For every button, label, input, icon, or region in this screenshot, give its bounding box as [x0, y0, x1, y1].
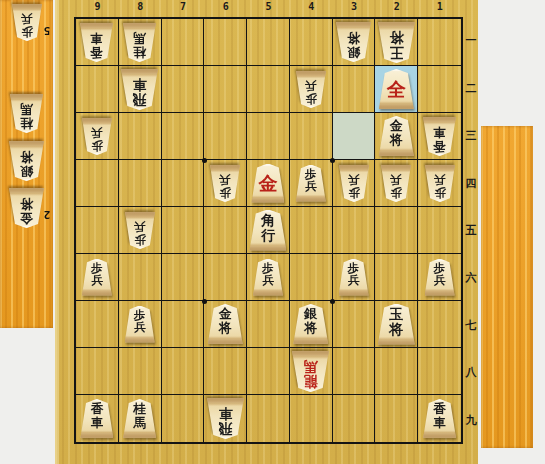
- gote-silver-piece[interactable]: 銀将: [9, 141, 44, 181]
- sente-lance-piece[interactable]: 香車: [423, 399, 456, 438]
- square-8-8[interactable]: [119, 348, 162, 395]
- piece-kanji: 金将: [20, 197, 33, 225]
- star-point: [330, 158, 335, 163]
- file-label-1: 1: [418, 1, 461, 15]
- piece-kanji: 飛車: [133, 77, 147, 107]
- square-5-7[interactable]: [247, 301, 290, 348]
- square-6-3[interactable]: [204, 113, 247, 160]
- square-8-3[interactable]: [119, 113, 162, 160]
- square-3-5[interactable]: [333, 207, 376, 254]
- rank-label-5: 五: [464, 207, 478, 254]
- rank-label-9: 九: [464, 397, 478, 444]
- square-6-2[interactable]: [204, 66, 247, 113]
- file-label-4: 4: [290, 1, 333, 15]
- gote-gold-piece[interactable]: 金将: [9, 188, 44, 228]
- piece-kanji: 玉将: [389, 307, 403, 337]
- piece-kanji: 香車: [91, 32, 104, 59]
- piece-kanji: 桂馬: [133, 32, 146, 59]
- square-7-4[interactable]: [162, 160, 205, 207]
- sente-pawn-piece[interactable]: 歩兵: [425, 259, 455, 296]
- square-9-4[interactable]: [76, 160, 119, 207]
- square-2-2[interactable]: 全: [375, 66, 418, 113]
- rank-label-1: 一: [464, 17, 478, 64]
- piece-kanji: 香車: [91, 402, 104, 429]
- square-2-9[interactable]: [375, 395, 418, 442]
- square-1-7[interactable]: [418, 301, 461, 348]
- gote-knight-piece[interactable]: 桂馬: [123, 23, 156, 62]
- piece-kanji: 銀将: [304, 307, 317, 335]
- rank-labels: 一二三四五六七八九: [464, 17, 478, 444]
- square-6-4[interactable]: 歩兵: [204, 160, 247, 207]
- piece-kanji: 歩兵: [134, 221, 146, 246]
- sente-bishop-piece[interactable]: 角行: [249, 210, 286, 251]
- square-5-6[interactable]: 歩兵: [247, 254, 290, 301]
- piece-kanji: 歩兵: [91, 127, 103, 152]
- gote-hand-slot-knight: 桂馬: [0, 94, 53, 133]
- piece-kanji: 角行: [261, 213, 275, 243]
- sente-knight-piece[interactable]: 桂馬: [123, 399, 156, 438]
- gote-pawn-piece[interactable]: 歩兵: [210, 165, 240, 202]
- piece-body: 桂馬: [123, 399, 156, 438]
- gote-pawn-piece[interactable]: 歩兵: [125, 212, 155, 249]
- piece-body: 歩兵: [82, 259, 112, 296]
- square-2-8[interactable]: [375, 348, 418, 395]
- piece-kanji: 歩兵: [134, 309, 146, 334]
- sente-king-piece[interactable]: 玉将: [378, 304, 415, 345]
- piece-body: 歩兵: [339, 259, 369, 296]
- square-5-5[interactable]: 角行: [247, 207, 290, 254]
- square-7-2[interactable]: [162, 66, 205, 113]
- square-4-6[interactable]: [290, 254, 333, 301]
- square-7-3[interactable]: [162, 113, 205, 160]
- square-8-6[interactable]: [119, 254, 162, 301]
- piece-kanji: 歩兵: [21, 13, 33, 38]
- gote-pawn-piece[interactable]: 歩兵: [12, 4, 42, 41]
- piece-body: 銀将: [9, 141, 44, 181]
- square-3-4[interactable]: 歩兵: [333, 160, 376, 207]
- square-5-8[interactable]: [247, 348, 290, 395]
- square-6-8[interactable]: [204, 348, 247, 395]
- piece-kanji: 金将: [390, 119, 403, 147]
- gote-pawn-piece[interactable]: 歩兵: [82, 118, 112, 155]
- piece-kanji: 銀将: [20, 150, 33, 178]
- square-8-7[interactable]: 歩兵: [119, 301, 162, 348]
- piece-kanji: 全: [387, 69, 406, 109]
- square-3-1[interactable]: 銀将: [333, 19, 376, 66]
- piece-kanji: 歩兵: [305, 80, 317, 105]
- sente-promoted_silver-piece[interactable]: 全: [379, 69, 414, 109]
- gote-silver-piece[interactable]: 銀将: [336, 22, 371, 62]
- square-8-9[interactable]: 桂馬: [119, 395, 162, 442]
- square-6-9[interactable]: 飛車: [204, 395, 247, 442]
- piece-kanji: 金将: [219, 307, 232, 335]
- piece-body: 飛車: [121, 69, 158, 110]
- rank-label-3: 三: [464, 112, 478, 159]
- square-2-7[interactable]: 玉将: [375, 301, 418, 348]
- piece-body: 金: [251, 164, 284, 203]
- square-1-5[interactable]: [418, 207, 461, 254]
- square-3-9[interactable]: [333, 395, 376, 442]
- square-5-4[interactable]: 金: [247, 160, 290, 207]
- square-5-2[interactable]: [247, 66, 290, 113]
- star-point: [202, 299, 207, 304]
- piece-body: 金将: [9, 188, 44, 228]
- square-9-3[interactable]: 歩兵: [76, 113, 119, 160]
- piece-kanji: 飛車: [218, 406, 232, 436]
- file-label-8: 8: [119, 1, 162, 15]
- piece-body: 歩兵: [210, 165, 240, 202]
- piece-kanji: 歩兵: [348, 174, 360, 199]
- file-label-7: 7: [162, 1, 205, 15]
- shogi-board: 987654321 一二三四五六七八九 香車桂馬銀将王将飛車歩兵全歩兵金将香車歩…: [55, 0, 478, 464]
- sente-pawn-piece[interactable]: 歩兵: [82, 259, 112, 296]
- square-2-5[interactable]: [375, 207, 418, 254]
- piece-body: 桂馬: [10, 94, 43, 133]
- square-7-5[interactable]: [162, 207, 205, 254]
- piece-body: 歩兵: [296, 165, 326, 202]
- square-1-2[interactable]: [418, 66, 461, 113]
- piece-kanji: 香車: [433, 402, 446, 429]
- square-8-2[interactable]: 飛車: [119, 66, 162, 113]
- square-3-2[interactable]: [333, 66, 376, 113]
- square-8-5[interactable]: 歩兵: [119, 207, 162, 254]
- piece-kanji: 龍馬: [304, 359, 318, 389]
- rank-label-2: 二: [464, 64, 478, 111]
- sente-promoted_knight-piece[interactable]: 金: [251, 164, 284, 203]
- square-4-5[interactable]: [290, 207, 333, 254]
- rank-label-7: 七: [464, 302, 478, 349]
- piece-kanji: 歩兵: [262, 262, 274, 287]
- square-9-1[interactable]: 香車: [76, 19, 119, 66]
- rank-label-6: 六: [464, 254, 478, 301]
- square-2-1[interactable]: 王将: [375, 19, 418, 66]
- piece-kanji: 歩兵: [305, 168, 317, 193]
- square-6-1[interactable]: [204, 19, 247, 66]
- square-2-4[interactable]: 歩兵: [375, 160, 418, 207]
- square-4-4[interactable]: 歩兵: [290, 160, 333, 207]
- piece-kanji: 王将: [389, 30, 403, 60]
- rank-label-4: 四: [464, 159, 478, 206]
- sente-gold-piece[interactable]: 金将: [208, 304, 243, 344]
- piece-kanji: 歩兵: [434, 262, 446, 287]
- square-9-2[interactable]: [76, 66, 119, 113]
- rank-label-8: 八: [464, 349, 478, 396]
- square-1-3[interactable]: 香車: [418, 113, 461, 160]
- star-point: [202, 158, 207, 163]
- gote-pawn-piece[interactable]: 歩兵: [339, 165, 369, 202]
- file-label-5: 5: [247, 1, 290, 15]
- gote-pawn-piece[interactable]: 歩兵: [425, 165, 455, 202]
- square-1-1[interactable]: [418, 19, 461, 66]
- square-4-3[interactable]: [290, 113, 333, 160]
- square-1-9[interactable]: 香車: [418, 395, 461, 442]
- square-9-9[interactable]: 香車: [76, 395, 119, 442]
- file-label-3: 3: [333, 1, 376, 15]
- piece-kanji: 金: [258, 164, 277, 203]
- piece-body: 歩兵: [125, 212, 155, 249]
- square-2-3[interactable]: 金将: [375, 113, 418, 160]
- piece-body: 歩兵: [12, 4, 42, 41]
- square-5-9[interactable]: [247, 395, 290, 442]
- piece-body: 飛車: [207, 398, 244, 439]
- square-1-8[interactable]: [418, 348, 461, 395]
- sente-lance-piece[interactable]: 香車: [80, 399, 113, 438]
- piece-kanji: 銀将: [347, 31, 360, 59]
- square-4-7[interactable]: 銀将: [290, 301, 333, 348]
- sente-captured-pieces-tray: [481, 126, 533, 448]
- piece-body: 歩兵: [296, 71, 326, 108]
- sente-silver-piece[interactable]: 銀将: [293, 304, 328, 344]
- square-4-8[interactable]: 龍馬: [290, 348, 333, 395]
- file-label-2: 2: [375, 1, 418, 15]
- piece-body: 歩兵: [253, 259, 283, 296]
- piece-kanji: 歩兵: [434, 174, 446, 199]
- piece-body: 角行: [249, 210, 286, 251]
- file-labels: 987654321: [76, 1, 461, 15]
- piece-kanji: 歩兵: [391, 174, 403, 199]
- square-9-5[interactable]: [76, 207, 119, 254]
- square-7-9[interactable]: [162, 395, 205, 442]
- gote-promoted_bishop-piece[interactable]: 龍馬: [292, 351, 329, 392]
- piece-body: 歩兵: [125, 306, 155, 343]
- piece-body: 歩兵: [425, 165, 455, 202]
- square-5-3[interactable]: [247, 113, 290, 160]
- piece-body: 香車: [423, 117, 456, 156]
- piece-body: 香車: [80, 399, 113, 438]
- square-1-4[interactable]: 歩兵: [418, 160, 461, 207]
- sente-pawn-piece[interactable]: 歩兵: [296, 165, 326, 202]
- piece-body: 銀将: [293, 304, 328, 344]
- piece-body: 全: [379, 69, 414, 109]
- gote-lance-piece[interactable]: 香車: [80, 23, 113, 62]
- square-3-7[interactable]: [333, 301, 376, 348]
- square-4-2[interactable]: 歩兵: [290, 66, 333, 113]
- piece-kanji: 歩兵: [91, 262, 103, 287]
- sente-pawn-piece[interactable]: 歩兵: [125, 306, 155, 343]
- piece-body: 金将: [208, 304, 243, 344]
- piece-kanji: 歩兵: [219, 174, 231, 199]
- square-8-4[interactable]: [119, 160, 162, 207]
- piece-body: 歩兵: [82, 118, 112, 155]
- piece-body: 龍馬: [292, 351, 329, 392]
- gote-pawn-piece[interactable]: 歩兵: [296, 71, 326, 108]
- gote-hand-slot-silver: 銀将: [0, 141, 53, 181]
- piece-kanji: 桂馬: [20, 103, 33, 130]
- square-9-8[interactable]: [76, 348, 119, 395]
- square-3-3[interactable]: [333, 113, 376, 160]
- piece-body: 銀将: [336, 22, 371, 62]
- piece-kanji: 桂馬: [133, 402, 146, 429]
- square-4-1[interactable]: [290, 19, 333, 66]
- square-6-7[interactable]: 金将: [204, 301, 247, 348]
- piece-body: 歩兵: [425, 259, 455, 296]
- square-7-6[interactable]: [162, 254, 205, 301]
- piece-body: 歩兵: [339, 165, 369, 202]
- file-label-6: 6: [204, 1, 247, 15]
- gote-knight-piece[interactable]: 桂馬: [10, 94, 43, 133]
- star-point: [330, 299, 335, 304]
- file-label-9: 9: [76, 1, 119, 15]
- square-9-6[interactable]: 歩兵: [76, 254, 119, 301]
- gote-pawn-piece[interactable]: 歩兵: [381, 165, 411, 202]
- square-4-9[interactable]: [290, 395, 333, 442]
- piece-body: 香車: [80, 23, 113, 62]
- piece-body: 金将: [379, 116, 414, 156]
- gote-king-piece[interactable]: 王将: [378, 22, 415, 63]
- square-3-8[interactable]: [333, 348, 376, 395]
- square-7-1[interactable]: [162, 19, 205, 66]
- piece-body: 王将: [378, 22, 415, 63]
- gote-lance-piece[interactable]: 香車: [423, 117, 456, 156]
- square-1-6[interactable]: 歩兵: [418, 254, 461, 301]
- gote-captured-pieces-tray: 歩兵5桂馬銀将金将2: [0, 0, 53, 328]
- square-5-1[interactable]: [247, 19, 290, 66]
- square-7-7[interactable]: [162, 301, 205, 348]
- square-2-6[interactable]: [375, 254, 418, 301]
- sente-pawn-piece[interactable]: 歩兵: [253, 259, 283, 296]
- square-3-6[interactable]: 歩兵: [333, 254, 376, 301]
- sente-pawn-piece[interactable]: 歩兵: [339, 259, 369, 296]
- piece-body: 歩兵: [381, 165, 411, 202]
- gote-rook-piece[interactable]: 飛車: [207, 398, 244, 439]
- piece-body: 桂馬: [123, 23, 156, 62]
- piece-kanji: 歩兵: [348, 262, 360, 287]
- piece-body: 香車: [423, 399, 456, 438]
- gote-rook-piece[interactable]: 飛車: [121, 69, 158, 110]
- square-7-8[interactable]: [162, 348, 205, 395]
- square-9-7[interactable]: [76, 301, 119, 348]
- piece-kanji: 香車: [433, 126, 446, 153]
- sente-gold-piece[interactable]: 金将: [379, 116, 414, 156]
- gote-hand-count-pawn: 5: [41, 24, 53, 37]
- square-8-1[interactable]: 桂馬: [119, 19, 162, 66]
- square-6-6[interactable]: [204, 254, 247, 301]
- square-6-5[interactable]: [204, 207, 247, 254]
- board-grid: 香車桂馬銀将王将飛車歩兵全歩兵金将香車歩兵金歩兵歩兵歩兵歩兵歩兵角行歩兵歩兵歩兵…: [74, 17, 463, 444]
- piece-body: 玉将: [378, 304, 415, 345]
